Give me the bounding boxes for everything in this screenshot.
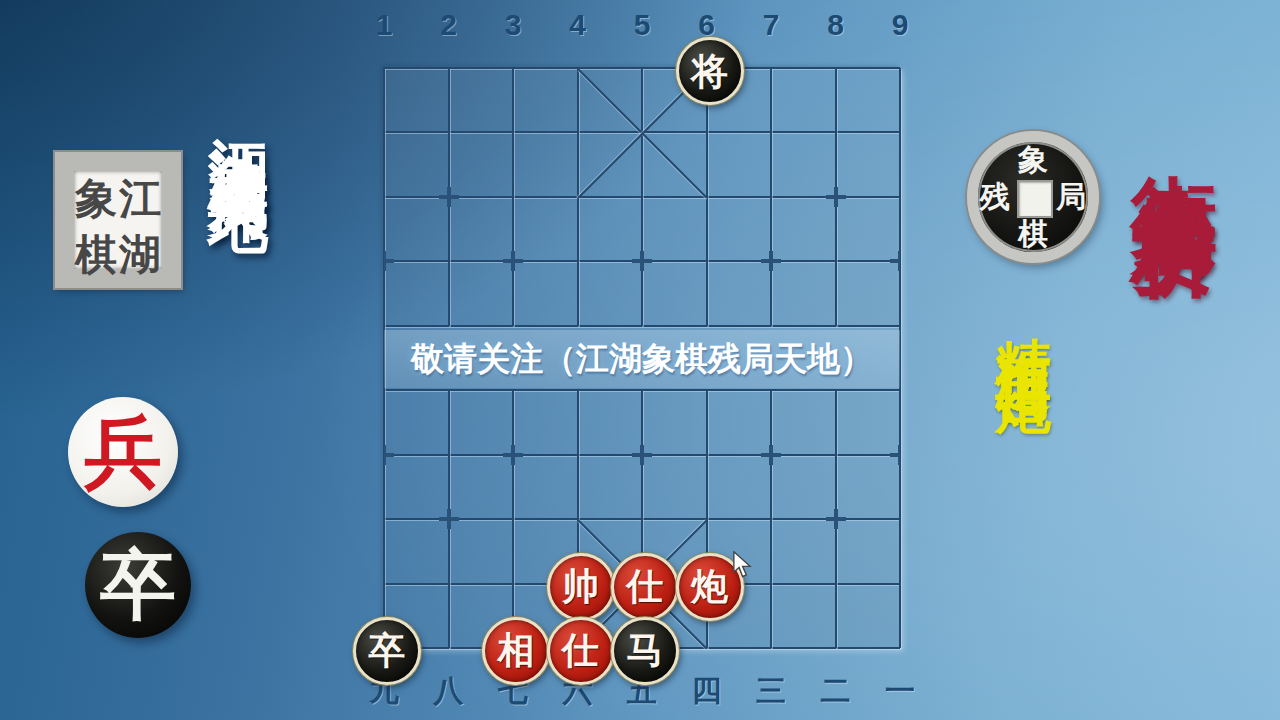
canju-coin-logo: 象 局 棋 残 bbox=[967, 131, 1099, 263]
marker-bracket bbox=[642, 445, 652, 455]
position-marker bbox=[373, 444, 395, 466]
marker-bracket bbox=[449, 519, 459, 529]
piece-character: 仕 bbox=[627, 568, 664, 605]
river-watermark-text: 敬请关注（江湖象棋残局天地） bbox=[411, 337, 873, 382]
seal-char: 江 bbox=[118, 171, 162, 227]
marker-bracket bbox=[384, 251, 394, 261]
marker-bracket bbox=[384, 455, 394, 465]
marker-bracket bbox=[632, 455, 642, 465]
marker-bracket bbox=[439, 519, 449, 529]
marker-bracket bbox=[503, 445, 513, 455]
mouse-cursor-icon bbox=[733, 551, 752, 578]
file-label-bottom: 二 bbox=[804, 671, 868, 707]
piece-character: 仕 bbox=[562, 632, 599, 669]
file-label-top: 1 bbox=[352, 8, 416, 44]
xiangqi-piece-red[interactable]: 相 bbox=[482, 617, 550, 685]
xiangqi-piece-red[interactable]: 帅 bbox=[547, 553, 615, 621]
video-frame: 象 江 棋 湖 江湖象棋残局天地 兵 卒 敬请关注（江湖象棋残局天地） 将帅仕炮… bbox=[0, 0, 1280, 720]
coin-char-bottom: 棋 bbox=[1018, 219, 1048, 249]
coin-char-top: 象 bbox=[1018, 145, 1048, 175]
piece-character: 相 bbox=[498, 632, 535, 669]
marker-bracket bbox=[513, 455, 523, 465]
marker-bracket bbox=[836, 197, 846, 207]
coin-char-left: 残 bbox=[980, 182, 1010, 212]
marker-bracket bbox=[890, 445, 900, 455]
red-pawn-char: 兵 bbox=[84, 413, 162, 491]
seal-char: 象 bbox=[74, 171, 118, 227]
position-marker bbox=[760, 444, 782, 466]
marker-bracket bbox=[642, 455, 652, 465]
marker-bracket bbox=[826, 197, 836, 207]
file-label-top: 9 bbox=[868, 8, 932, 44]
position-marker bbox=[631, 250, 653, 272]
river-band: 敬请关注（江湖象棋残局天地） bbox=[384, 330, 900, 388]
red-pawn-icon: 兵 bbox=[68, 397, 178, 507]
position-marker bbox=[502, 444, 524, 466]
marker-bracket bbox=[439, 197, 449, 207]
marker-bracket bbox=[761, 261, 771, 271]
series-title-vertical: 街头名局赏析 bbox=[1124, 106, 1225, 154]
marker-bracket bbox=[771, 455, 781, 465]
coin-square-hole-icon bbox=[1017, 180, 1053, 218]
marker-bracket bbox=[503, 455, 513, 465]
marker-bracket bbox=[439, 187, 449, 197]
marker-bracket bbox=[503, 261, 513, 271]
xiangqi-piece-red[interactable]: 仕 bbox=[611, 553, 679, 621]
marker-bracket bbox=[513, 445, 523, 455]
position-marker bbox=[631, 444, 653, 466]
marker-bracket bbox=[771, 251, 781, 261]
marker-bracket bbox=[836, 187, 846, 197]
marker-bracket bbox=[826, 509, 836, 519]
piece-character: 将 bbox=[691, 53, 728, 90]
marker-bracket bbox=[826, 187, 836, 197]
piece-character: 帅 bbox=[562, 568, 599, 605]
position-marker bbox=[825, 186, 847, 208]
position-marker bbox=[825, 508, 847, 530]
puzzle-subtitle-vertical: 精准迫击炮 bbox=[993, 292, 1055, 347]
marker-bracket bbox=[836, 509, 846, 519]
marker-bracket bbox=[632, 251, 642, 261]
marker-bracket bbox=[384, 261, 394, 271]
position-marker bbox=[502, 250, 524, 272]
file-label-top: 7 bbox=[739, 8, 803, 44]
xiangqi-board[interactable]: 敬请关注（江湖象棋残局天地） 将帅仕炮相仕马卒 bbox=[384, 68, 900, 648]
seal-char: 湖 bbox=[118, 227, 162, 283]
position-marker bbox=[889, 250, 911, 272]
marker-bracket bbox=[826, 519, 836, 529]
marker-bracket bbox=[890, 261, 900, 271]
file-label-bottom: 四 bbox=[675, 671, 739, 707]
position-marker bbox=[438, 186, 460, 208]
xiangqi-piece-black[interactable]: 马 bbox=[611, 617, 679, 685]
marker-bracket bbox=[890, 251, 900, 261]
marker-bracket bbox=[771, 261, 781, 271]
xiangqi-piece-red[interactable]: 仕 bbox=[547, 617, 615, 685]
marker-bracket bbox=[771, 445, 781, 455]
file-label-bottom: 三 bbox=[739, 671, 803, 707]
xiangqi-piece-black[interactable]: 卒 bbox=[353, 617, 421, 685]
grid-line bbox=[512, 390, 514, 648]
channel-title-vertical: 江湖象棋残局天地 bbox=[205, 90, 272, 154]
marker-bracket bbox=[439, 509, 449, 519]
grid-line bbox=[512, 68, 514, 326]
piece-character: 马 bbox=[627, 632, 664, 669]
file-label-bottom: 八 bbox=[417, 671, 481, 707]
marker-bracket bbox=[449, 187, 459, 197]
file-label-top: 3 bbox=[481, 8, 545, 44]
piece-character: 卒 bbox=[369, 632, 406, 669]
marker-bracket bbox=[449, 509, 459, 519]
marker-bracket bbox=[836, 519, 846, 529]
grid-line bbox=[770, 68, 772, 326]
marker-bracket bbox=[384, 445, 394, 455]
marker-bracket bbox=[503, 251, 513, 261]
marker-bracket bbox=[761, 455, 771, 465]
seal-char: 棋 bbox=[74, 227, 118, 283]
file-label-top: 4 bbox=[546, 8, 610, 44]
file-label-bottom: 一 bbox=[868, 671, 932, 707]
file-label-top: 8 bbox=[804, 8, 868, 44]
position-marker bbox=[889, 444, 911, 466]
black-pawn-icon: 卒 bbox=[85, 532, 191, 638]
marker-bracket bbox=[642, 251, 652, 261]
grid-line bbox=[641, 68, 643, 326]
position-marker bbox=[760, 250, 782, 272]
marker-bracket bbox=[761, 445, 771, 455]
position-marker bbox=[438, 508, 460, 530]
marker-bracket bbox=[890, 455, 900, 465]
marker-bracket bbox=[513, 251, 523, 261]
marker-bracket bbox=[632, 261, 642, 271]
jianghu-xiangqi-seal: 象 江 棋 湖 bbox=[55, 152, 181, 288]
marker-bracket bbox=[513, 261, 523, 271]
xiangqi-piece-black[interactable]: 将 bbox=[676, 37, 744, 105]
coin-char-right: 局 bbox=[1056, 182, 1086, 212]
marker-bracket bbox=[449, 197, 459, 207]
piece-character: 炮 bbox=[691, 568, 728, 605]
marker-bracket bbox=[642, 261, 652, 271]
marker-bracket bbox=[761, 251, 771, 261]
marker-bracket bbox=[632, 445, 642, 455]
file-label-top: 5 bbox=[610, 8, 674, 44]
black-pawn-char: 卒 bbox=[100, 547, 176, 623]
file-label-top: 2 bbox=[417, 8, 481, 44]
grid-line bbox=[770, 390, 772, 648]
position-marker bbox=[373, 250, 395, 272]
